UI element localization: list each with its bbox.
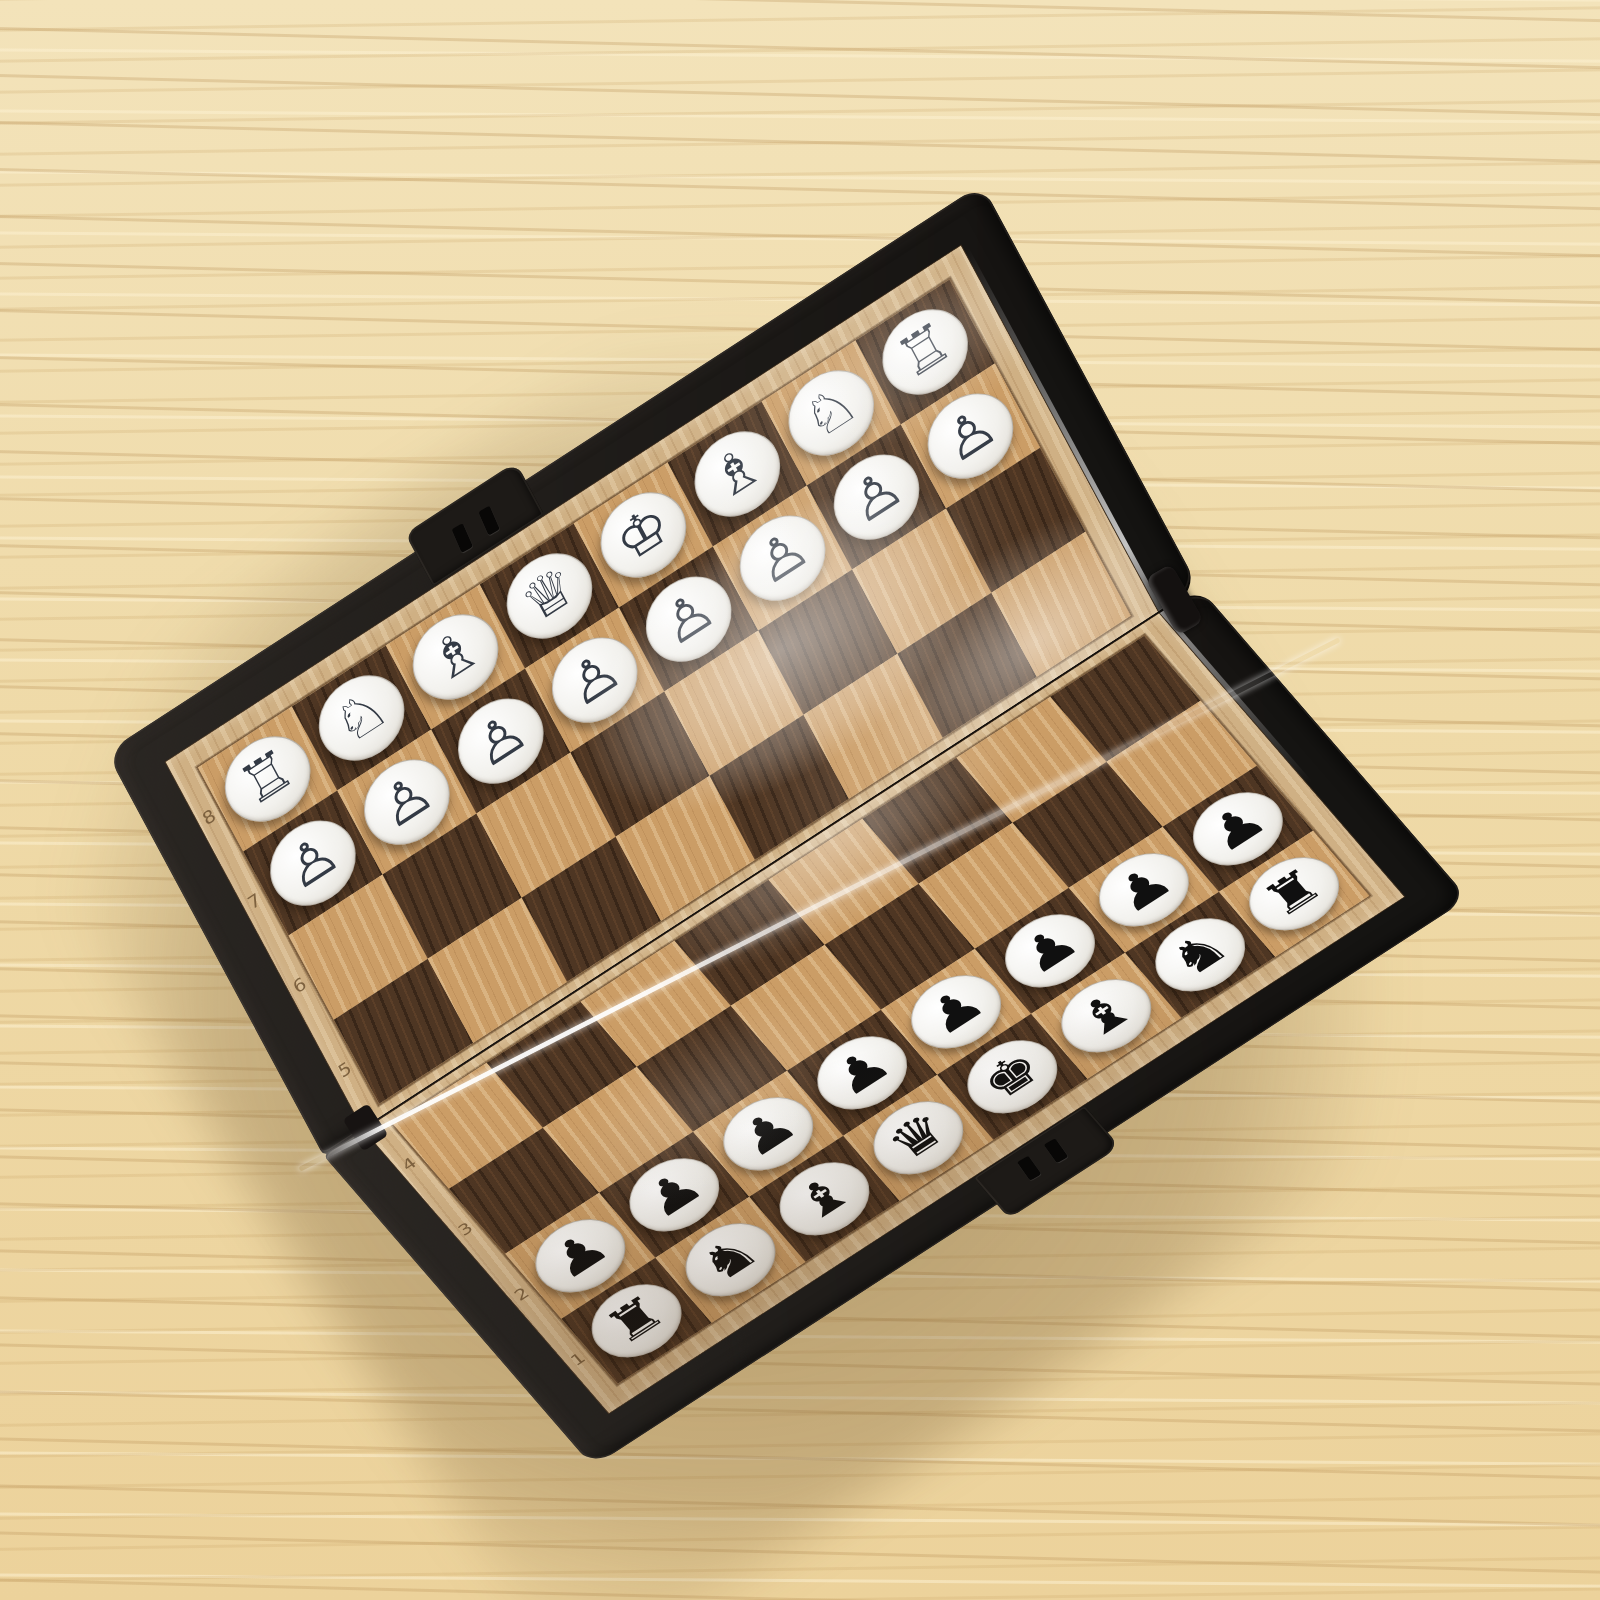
white-pawn-icon: ♙ [934, 396, 1006, 473]
black-queen-icon: ♛ [879, 1103, 957, 1169]
black-pawn-icon: ♟ [1198, 795, 1276, 861]
chess-wallet: 8765 ♖♘♗♕♔♗♘♖♙♙♙♙♙♙♙♙ 4321 ♟♟♟♟♟♟♟♟♜♞♝♛♚… [30, 136, 1489, 1600]
white-pawn-icon: ♙ [464, 701, 536, 778]
white-pawn-icon: ♙ [558, 640, 630, 717]
black-pawn-icon: ♟ [916, 978, 994, 1044]
black-king-icon: ♚ [972, 1042, 1050, 1108]
clasp-slot-icon [478, 506, 500, 536]
white-pawn-icon: ♙ [370, 762, 442, 839]
white-knight-icon: ♘ [795, 373, 867, 450]
black-bishop-icon: ♝ [785, 1164, 863, 1230]
black-rook-icon: ♜ [597, 1286, 675, 1352]
white-rook-icon: ♖ [889, 312, 961, 389]
white-rook-icon: ♖ [231, 739, 303, 816]
black-knight-icon: ♞ [691, 1225, 769, 1291]
black-rook-icon: ♜ [1254, 859, 1332, 925]
white-pawn-icon: ♙ [652, 579, 724, 656]
clasp-slot-icon [451, 523, 473, 553]
white-bishop-icon: ♗ [701, 434, 773, 511]
black-pawn-icon: ♟ [1104, 856, 1182, 922]
white-pawn-icon: ♙ [276, 823, 348, 900]
black-bishop-icon: ♝ [1066, 981, 1144, 1047]
clasp-slot-icon [1044, 1138, 1069, 1163]
white-queen-icon: ♕ [513, 556, 585, 633]
white-knight-icon: ♘ [325, 678, 397, 755]
white-pawn-icon: ♙ [746, 518, 818, 595]
black-pawn-icon: ♟ [728, 1100, 806, 1166]
black-pawn-icon: ♟ [634, 1161, 712, 1227]
white-bishop-icon: ♗ [419, 617, 491, 694]
table-surface: 8765 ♖♘♗♕♔♗♘♖♙♙♙♙♙♙♙♙ 4321 ♟♟♟♟♟♟♟♟♜♞♝♛♚… [0, 0, 1600, 1600]
black-pawn-icon: ♟ [822, 1039, 900, 1105]
black-pawn-icon: ♟ [540, 1222, 618, 1288]
clasp-slot-icon [1017, 1156, 1042, 1181]
black-knight-icon: ♞ [1160, 920, 1238, 986]
black-pawn-icon: ♟ [1010, 917, 1088, 983]
white-pawn-icon: ♙ [840, 457, 912, 534]
white-king-icon: ♔ [607, 495, 679, 572]
